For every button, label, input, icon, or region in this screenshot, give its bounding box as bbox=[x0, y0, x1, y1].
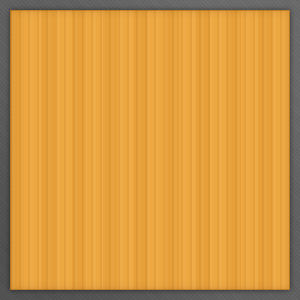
go-app bbox=[0, 0, 300, 300]
go-board[interactable] bbox=[10, 10, 290, 290]
